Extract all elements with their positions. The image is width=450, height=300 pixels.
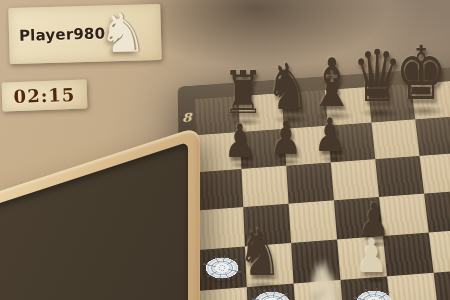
square-f6[interactable] bbox=[420, 153, 450, 194]
game-stage: 87654321 ♜♞♝♛♚♟♟♟♟♞♟♞ Player980 ♞ 02:15 bbox=[0, 0, 450, 300]
black-rook-a8[interactable]: ♜ bbox=[220, 63, 266, 122]
square-e3[interactable] bbox=[387, 273, 439, 300]
square-f5[interactable] bbox=[424, 190, 450, 232]
square-a6[interactable] bbox=[197, 169, 243, 211]
black-king-e8[interactable]: ♚ bbox=[392, 37, 450, 111]
square-e6[interactable] bbox=[375, 156, 424, 197]
rank-label-8: 8 bbox=[178, 110, 195, 125]
square-c6[interactable] bbox=[286, 162, 334, 203]
player-name: Player980 bbox=[19, 24, 106, 44]
square-e7[interactable] bbox=[372, 119, 420, 159]
square-f4[interactable] bbox=[429, 229, 450, 273]
player-panel: Player980 ♞ bbox=[8, 4, 162, 64]
square-f7[interactable] bbox=[415, 116, 450, 156]
piece-tray-surface bbox=[0, 142, 188, 300]
black-pawn-c7[interactable]: ♟ bbox=[312, 113, 348, 159]
black-knight-b4[interactable]: ♞ bbox=[235, 221, 285, 285]
white-pawn-e4[interactable]: ♟ bbox=[354, 234, 390, 280]
clock-time: 02:15 bbox=[2, 84, 88, 108]
white-knight-icon: ♞ bbox=[98, 6, 148, 61]
square-b6[interactable] bbox=[242, 166, 289, 207]
white-knight-d3[interactable]: ♞ bbox=[301, 255, 351, 300]
black-pawn-a7[interactable]: ♟ bbox=[222, 119, 258, 165]
square-c5[interactable] bbox=[289, 200, 337, 243]
square-f3[interactable] bbox=[434, 269, 450, 300]
clock-panel: 02:15 bbox=[2, 80, 88, 112]
piece-tray bbox=[0, 126, 200, 300]
black-pawn-b7[interactable]: ♟ bbox=[268, 116, 304, 162]
